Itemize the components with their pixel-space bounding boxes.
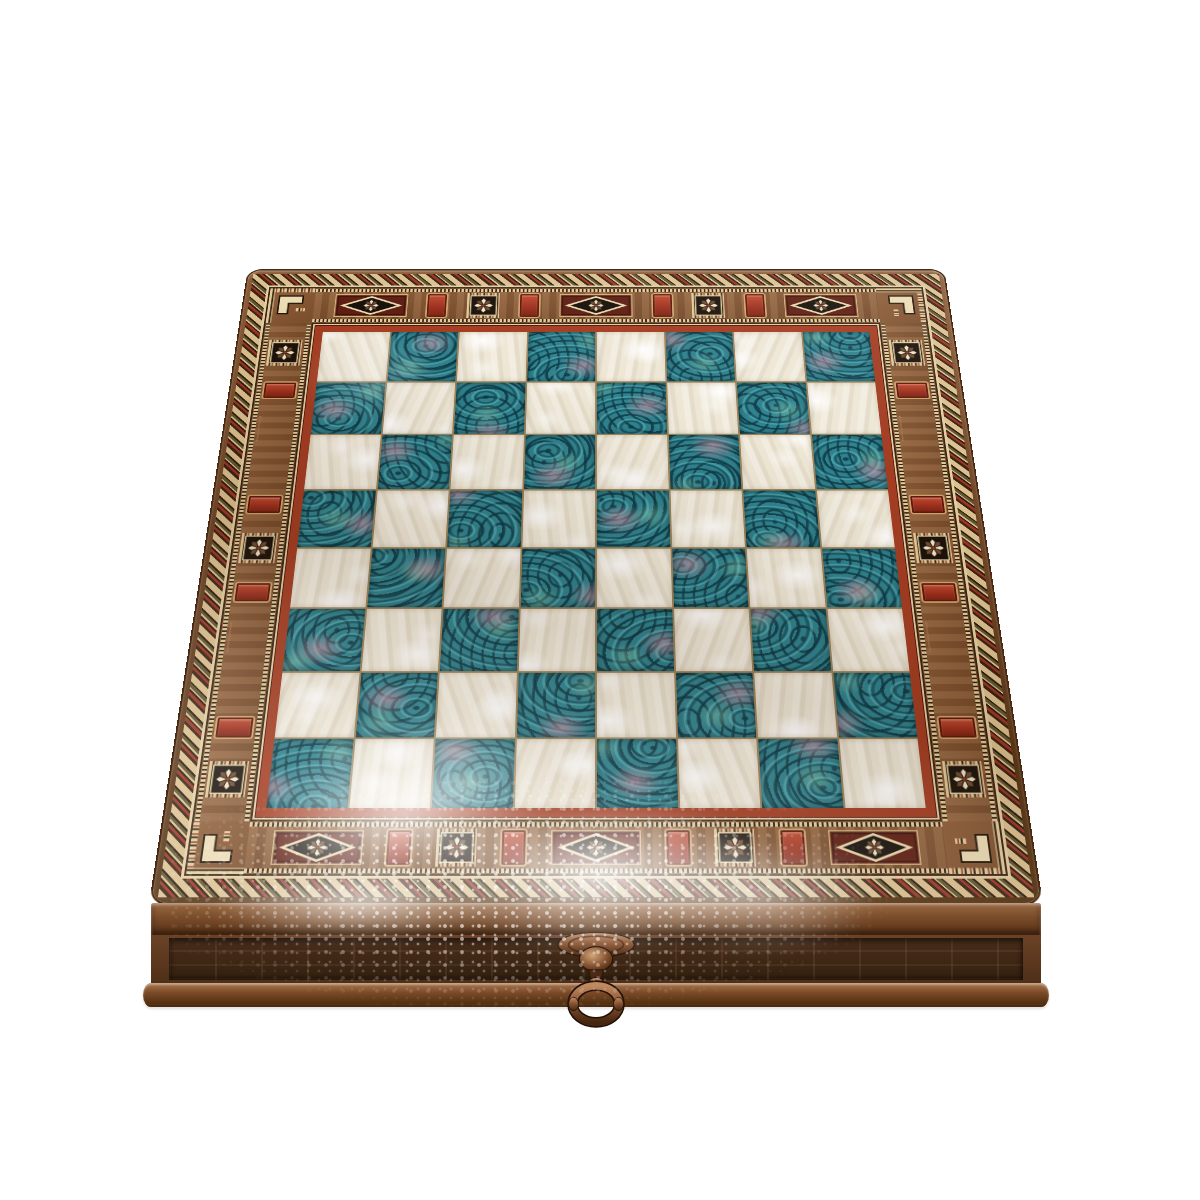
square-a4 [290,548,370,607]
square-c8 [457,332,527,381]
bar-motif-icon [745,294,766,317]
square-c1 [432,739,515,808]
mosaic-band-top [312,288,880,322]
pinstripe-inner-dark [250,323,942,822]
board-top-perspective [151,270,1041,903]
square-d5 [522,490,595,546]
diamond-motif-icon [784,294,859,318]
square-b4 [367,548,445,607]
square-g3 [750,609,830,671]
square-e2 [597,673,676,738]
product-photo-scene [0,0,1200,1200]
square-g7 [737,382,810,434]
checkerboard [266,332,925,808]
pinstripe-inner [252,324,939,820]
square-d7 [525,382,595,434]
mosaic-border [186,288,1006,874]
square-e7 [597,382,667,434]
box-front [151,903,1041,1007]
square-f3 [674,609,753,671]
square-e3 [597,609,674,671]
square-f8 [665,332,735,381]
bar-motif-icon [386,830,412,865]
bar-motif-icon [910,496,945,513]
bar-motif-icon [215,717,253,737]
square-g8 [734,332,805,381]
square-g5 [743,490,820,546]
bar-motif-icon [502,830,527,865]
square-h7 [807,382,881,434]
square-e5 [597,490,670,546]
square-g2 [754,673,837,738]
rosette-motif-icon [205,761,250,797]
square-h1 [839,739,926,808]
square-f2 [676,673,757,738]
playing-field-area [250,323,942,822]
square-h3 [827,609,909,671]
diamond-motif-icon [270,829,364,865]
square-b7 [382,382,455,434]
square-d4 [520,548,595,607]
square-e6 [597,435,668,489]
diamond-motif-icon [559,294,632,318]
diamond-motif-icon [925,622,971,695]
square-g6 [740,435,815,489]
diamond-motif-icon [551,829,642,865]
square-c2 [436,673,517,738]
square-c4 [443,548,520,607]
square-c6 [451,435,524,489]
bar-motif-icon [780,830,806,865]
square-h5 [817,490,895,546]
square-c3 [440,609,519,671]
square-d3 [518,609,595,671]
square-a2 [275,673,360,738]
bar-motif-icon [520,294,540,317]
square-f5 [670,490,745,546]
square-a7 [311,382,385,434]
corner-ornament-icon [186,821,250,874]
square-f1 [678,739,761,808]
corner-ornament-icon [876,288,927,322]
rosette-motif-icon [466,293,500,318]
square-f7 [667,382,738,434]
square-b8 [387,332,458,381]
drawer-pull-handle-icon [546,929,646,1039]
edge-stripe-band [158,274,1034,897]
square-d8 [527,332,595,381]
square-g1 [758,739,843,808]
square-e4 [597,548,672,607]
square-a5 [297,490,375,546]
square-f6 [668,435,741,489]
bar-motif-icon [666,830,691,865]
corner-ornament-icon [266,288,317,322]
bar-motif-icon [921,583,957,601]
square-a3 [283,609,365,671]
bar-motif-icon [247,496,282,513]
square-h6 [812,435,888,489]
pinstripe-outer [181,285,1012,878]
square-e1 [597,739,678,808]
square-f4 [672,548,749,607]
square-a1 [266,739,353,808]
rosette-motif-icon [714,828,757,866]
rosette-motif-icon [691,293,725,318]
diamond-motif-icon [333,294,408,318]
square-e8 [597,332,665,381]
square-d6 [524,435,595,489]
bar-motif-icon [938,717,976,737]
square-c7 [454,382,525,434]
board-top-face [151,270,1041,903]
bar-motif-icon [652,294,672,317]
square-h4 [822,548,902,607]
diamond-motif-icon [828,829,922,865]
square-b2 [355,673,438,738]
square-a6 [304,435,380,489]
diamond-motif-icon [220,622,266,695]
square-c5 [447,490,522,546]
square-b5 [372,490,449,546]
square-d1 [514,739,595,808]
square-h8 [802,332,875,381]
bar-motif-icon [263,383,296,398]
pinstripe-outer-dark [184,287,1008,876]
square-b3 [361,609,441,671]
rosette-motif-icon [238,532,279,562]
inner-red-frame [256,326,937,817]
diamond-motif-icon [251,416,293,477]
square-h2 [833,673,918,738]
rosette-motif-icon [942,761,987,797]
square-a8 [317,332,390,381]
square-b6 [377,435,452,489]
rosette-motif-icon [435,828,478,866]
rosette-motif-icon [889,339,926,365]
mosaic-band-bottom [244,821,949,874]
square-g4 [747,548,825,607]
rosette-motif-icon [266,339,303,365]
bar-motif-icon [234,583,270,601]
bar-motif-icon [896,383,929,398]
diamond-motif-icon [899,416,941,477]
square-d2 [516,673,595,738]
square-b1 [349,739,434,808]
rosette-motif-icon [913,532,954,562]
corner-ornament-icon [942,821,1006,874]
bar-motif-icon [427,294,448,317]
